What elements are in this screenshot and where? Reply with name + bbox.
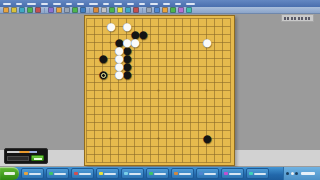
toolbar-icon[interactable] (64, 7, 70, 13)
taskbar (0, 167, 320, 180)
menu-item[interactable] (175, 3, 181, 5)
board-grid (85, 16, 234, 165)
overlay-panel (4, 148, 48, 164)
taskbar-window-button[interactable] (146, 168, 169, 179)
menu-item[interactable] (27, 3, 36, 5)
window-button-label (179, 173, 191, 175)
star-point (206, 90, 208, 92)
tray-icon[interactable] (291, 172, 294, 175)
menu-item[interactable] (77, 3, 84, 5)
window-button-label (129, 173, 141, 175)
window-button-label (104, 173, 116, 175)
tray-icon[interactable] (286, 172, 289, 175)
star-point (206, 138, 208, 140)
start-button[interactable] (0, 167, 19, 180)
taskbar-window-button[interactable] (221, 168, 244, 179)
window-button-label (79, 173, 91, 175)
window-button-label (54, 173, 66, 175)
toolbar-icon[interactable] (109, 7, 115, 13)
window-button-label (204, 173, 216, 175)
menu-item[interactable] (89, 3, 98, 5)
toolbar-icon[interactable] (80, 7, 86, 13)
toolbar-separator (44, 8, 45, 13)
toolbar-icon[interactable] (19, 7, 25, 13)
window-icon (174, 172, 178, 176)
task-buttons (21, 168, 269, 179)
menu-item[interactable] (41, 3, 48, 5)
toolbar-icon[interactable] (162, 7, 168, 13)
window-icon (224, 172, 228, 176)
taskbar-window-button[interactable] (46, 168, 69, 179)
menu-item[interactable] (66, 3, 72, 5)
toolbar-icon[interactable] (146, 7, 152, 13)
taskbar-window-button[interactable] (121, 168, 144, 179)
menu-item[interactable] (150, 3, 158, 5)
star-point (158, 42, 160, 44)
menu-item[interactable] (103, 3, 109, 5)
window-icon (124, 172, 128, 176)
star-point (110, 138, 112, 140)
menu-bar (0, 0, 320, 7)
window-icon (249, 172, 253, 176)
star-point (110, 42, 112, 44)
toolbar-icon[interactable] (27, 7, 33, 13)
taskbar-window-button[interactable] (71, 168, 94, 179)
toolbar-icon[interactable] (35, 7, 41, 13)
app-client-area: ●●●●●●●●●●●●●●●●●●● (0, 14, 320, 167)
toolbar-icon[interactable] (178, 7, 184, 13)
taskbar-window-button[interactable] (21, 168, 44, 179)
menu-item[interactable] (163, 3, 170, 5)
taskbar-window-button[interactable] (96, 168, 119, 179)
window-button-label (154, 173, 166, 175)
toolbar-icon[interactable] (11, 7, 17, 13)
window-icon (49, 172, 53, 176)
toolbar-icon[interactable] (186, 7, 192, 13)
window-icon (99, 172, 103, 176)
menu-item[interactable] (186, 3, 195, 5)
toolbar-icon[interactable] (3, 7, 9, 13)
window-button-label (29, 173, 41, 175)
window-icon (149, 172, 153, 176)
taskbar-clock (301, 172, 315, 175)
overlay-title-text (7, 151, 45, 154)
toolbar-icon[interactable] (170, 7, 176, 13)
toolbar-icon[interactable] (56, 7, 62, 13)
taskbar-window-button[interactable] (246, 168, 269, 179)
taskbar-window-button[interactable] (196, 168, 219, 179)
toolbar-icon[interactable] (117, 7, 123, 13)
star-point (110, 90, 112, 92)
star-point (158, 138, 160, 140)
star-point (158, 90, 160, 92)
toolbar-icon[interactable] (125, 7, 131, 13)
menu-item[interactable] (114, 3, 122, 5)
window-button-label (254, 173, 266, 175)
star-point (206, 42, 208, 44)
window-icon (74, 172, 78, 176)
info-badge (281, 14, 314, 22)
toolbar-icon[interactable] (72, 7, 78, 13)
tray-icon[interactable] (295, 172, 298, 175)
menu-item[interactable] (16, 3, 22, 5)
toolbar-icon[interactable] (93, 7, 99, 13)
menu-item[interactable] (127, 3, 134, 5)
toolbar (0, 7, 320, 14)
overlay-confirm-button[interactable] (31, 155, 44, 161)
taskbar-window-button[interactable] (171, 168, 194, 179)
window-icon (24, 172, 28, 176)
toolbar-icon[interactable] (133, 7, 139, 13)
system-tray (283, 167, 320, 180)
menu-item[interactable] (3, 3, 11, 5)
toolbar-separator (89, 8, 90, 13)
window-icon (199, 172, 203, 176)
overlay-input[interactable] (7, 156, 29, 161)
menu-item[interactable] (53, 3, 61, 5)
toolbar-icon[interactable] (101, 7, 107, 13)
toolbar-icon[interactable] (48, 7, 54, 13)
toolbar-separator (142, 8, 143, 13)
go-board[interactable]: ●●●●●●●●●●●●●●●●●●● (84, 15, 235, 166)
window-button-label (229, 173, 241, 175)
toolbar-icon[interactable] (154, 7, 160, 13)
menu-item[interactable] (139, 3, 145, 5)
